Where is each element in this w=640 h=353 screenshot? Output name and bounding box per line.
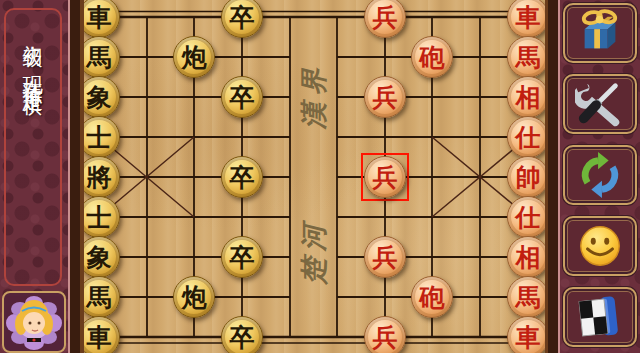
piece-glyph: 馬 [516,281,541,314]
river-char-chu: 楚 [296,258,332,285]
status-message-box: 初级：现在请你走棋！ [4,8,62,286]
smiley-icon [575,221,625,271]
right-sidebar [560,0,640,353]
piece-glyph: 車 [516,321,541,353]
river-char-han: 漢 [296,103,332,130]
settings-button[interactable] [563,74,637,134]
piece-glyph: 仕 [516,201,541,234]
gift-button[interactable] [563,3,637,63]
game-screen: { "game": "Chinese Chess (Xiangqi)", "po… [0,0,640,353]
piece-red-cannon[interactable]: 砲 [411,36,453,78]
piece-red-soldier[interactable]: 兵 [364,236,406,278]
status-message: 初级：现在请你走棋！ [23,28,43,278]
refresh-icon [575,150,625,200]
piece-glyph: 卒 [230,81,255,114]
board-theme-button[interactable] [563,287,637,347]
piece-black-soldier[interactable]: 卒 [221,156,263,198]
piece-glyph: 車 [87,1,112,34]
piece-black-soldier[interactable]: 卒 [221,76,263,118]
checkered-book-icon [575,292,625,342]
piece-glyph: 兵 [373,1,398,34]
piece-red-soldier[interactable]: 兵 [364,316,406,353]
avatar-girl-icon [4,293,64,351]
piece-red-horse[interactable]: 馬 [507,276,549,318]
piece-red-general[interactable]: 帥 [507,156,549,198]
piece-black-general[interactable]: 將 [78,156,120,198]
river-char-jie: 界 [296,69,332,96]
piece-red-chariot[interactable]: 車 [507,316,549,353]
piece-glyph: 兵 [373,161,398,194]
piece-glyph: 車 [516,1,541,34]
piece-glyph: 馬 [87,281,112,314]
piece-glyph: 相 [516,81,541,114]
piece-glyph: 相 [516,241,541,274]
piece-glyph: 仕 [516,121,541,154]
board-right-trim [545,0,560,353]
piece-red-advisor[interactable]: 仕 [507,196,549,238]
piece-glyph: 馬 [87,41,112,74]
left-sidebar: 初级：现在请你走棋！ [0,0,68,353]
piece-glyph: 車 [87,321,112,353]
xiangqi-board[interactable]: 界 漢 河 楚 車馬象士將士象馬車炮炮卒卒卒卒卒兵兵兵兵兵砲砲車馬相仕帥仕相馬車 [68,0,560,353]
piece-black-elephant[interactable]: 象 [78,76,120,118]
piece-black-soldier[interactable]: 卒 [221,316,263,353]
piece-glyph: 兵 [373,321,398,353]
piece-red-advisor[interactable]: 仕 [507,116,549,158]
piece-red-cannon[interactable]: 砲 [411,276,453,318]
piece-black-cannon[interactable]: 炮 [173,276,215,318]
piece-black-chariot[interactable]: 車 [78,316,120,353]
board-left-trim [68,0,84,353]
gift-icon [575,8,625,58]
tools-icon [575,79,625,129]
piece-glyph: 卒 [230,161,255,194]
piece-glyph: 象 [87,81,112,114]
piece-glyph: 將 [87,161,112,194]
piece-red-soldier[interactable]: 兵 [364,156,406,198]
piece-glyph: 炮 [182,281,207,314]
piece-red-soldier[interactable]: 兵 [364,76,406,118]
piece-black-advisor[interactable]: 士 [78,116,120,158]
piece-black-horse[interactable]: 馬 [78,276,120,318]
piece-glyph: 砲 [420,41,445,74]
piece-glyph: 卒 [230,1,255,34]
piece-red-horse[interactable]: 馬 [507,36,549,78]
piece-glyph: 士 [87,201,112,234]
piece-glyph: 兵 [373,241,398,274]
piece-glyph: 帥 [516,161,541,194]
piece-black-elephant[interactable]: 象 [78,236,120,278]
piece-black-advisor[interactable]: 士 [78,196,120,238]
piece-glyph: 砲 [420,281,445,314]
piece-red-elephant[interactable]: 相 [507,76,549,118]
piece-black-horse[interactable]: 馬 [78,36,120,78]
piece-glyph: 馬 [516,41,541,74]
piece-glyph: 卒 [230,321,255,353]
emotion-button[interactable] [563,216,637,276]
refresh-button[interactable] [563,145,637,205]
river-char-he: 河 [296,225,332,252]
player-avatar[interactable] [2,291,66,353]
piece-glyph: 炮 [182,41,207,74]
piece-glyph: 士 [87,121,112,154]
piece-glyph: 卒 [230,241,255,274]
piece-glyph: 兵 [373,81,398,114]
piece-glyph: 象 [87,241,112,274]
piece-red-elephant[interactable]: 相 [507,236,549,278]
piece-black-cannon[interactable]: 炮 [173,36,215,78]
piece-black-soldier[interactable]: 卒 [221,236,263,278]
board-grid [68,0,560,353]
